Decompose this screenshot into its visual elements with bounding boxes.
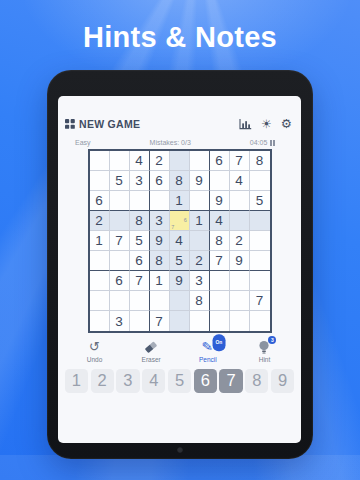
numpad-key-8[interactable]: 8	[245, 369, 268, 393]
cell-r3c8[interactable]	[230, 191, 250, 211]
numpad-key-1[interactable]: 1	[65, 369, 88, 393]
cell-r4c3[interactable]: 8	[130, 211, 150, 231]
cell-r3c3[interactable]	[130, 191, 150, 211]
cell-r4c7[interactable]: 4	[210, 211, 230, 231]
cell-r9c9[interactable]	[250, 311, 270, 331]
cell-r6c8[interactable]: 9	[230, 251, 250, 271]
cell-r2c1[interactable]	[90, 171, 110, 191]
cell-r8c2[interactable]	[110, 291, 130, 311]
cell-r6c1[interactable]	[90, 251, 110, 271]
cell-r7c8[interactable]	[230, 271, 250, 291]
cell-r1c1[interactable]	[90, 151, 110, 171]
numpad-key-9[interactable]: 9	[271, 369, 294, 393]
cell-r6c9[interactable]	[250, 251, 270, 271]
cell-r2c3[interactable]: 3	[130, 171, 150, 191]
pencil-notes: 67	[170, 211, 189, 230]
sudoku-board: 4267853689461952836714175948268527967193…	[88, 149, 272, 333]
cell-r1c4[interactable]: 2	[150, 151, 170, 171]
cell-r3c6[interactable]	[190, 191, 210, 211]
cell-r5c8[interactable]: 2	[230, 231, 250, 251]
cell-r2c4[interactable]: 6	[150, 171, 170, 191]
undo-button[interactable]: ↺ Undo	[78, 340, 112, 363]
hint-label: Hint	[259, 356, 271, 363]
cell-r2c8[interactable]: 4	[230, 171, 250, 191]
cell-r8c9[interactable]: 7	[250, 291, 270, 311]
pause-icon[interactable]	[270, 140, 275, 146]
cell-r9c8[interactable]	[230, 311, 250, 331]
cell-r8c3[interactable]	[130, 291, 150, 311]
cell-r8c4[interactable]	[150, 291, 170, 311]
cell-r8c7[interactable]	[210, 291, 230, 311]
cell-r2c9[interactable]	[250, 171, 270, 191]
cell-r8c8[interactable]	[230, 291, 250, 311]
promo-title: Hints & Notes	[0, 21, 360, 54]
cell-r2c5[interactable]: 8	[170, 171, 190, 191]
pencil-button[interactable]: ✎On Pencil	[191, 340, 225, 363]
cell-r3c1[interactable]: 6	[90, 191, 110, 211]
toolbar: ↺ Undo Eraser ✎On	[78, 340, 282, 363]
cell-r1c6[interactable]	[190, 151, 210, 171]
cell-r4c8[interactable]	[230, 211, 250, 231]
lightbulb-icon: 3	[258, 340, 270, 354]
cell-r6c2[interactable]	[110, 251, 130, 271]
camera-dot	[177, 447, 183, 453]
cell-r4c4[interactable]: 3	[150, 211, 170, 231]
cell-r7c7[interactable]	[210, 271, 230, 291]
cell-r1c2[interactable]	[110, 151, 130, 171]
cell-r6c7[interactable]: 7	[210, 251, 230, 271]
cell-r6c5[interactable]: 5	[170, 251, 190, 271]
cell-r1c9[interactable]: 8	[250, 151, 270, 171]
pencil-on-badge: On	[213, 334, 226, 351]
cell-r4c1[interactable]: 2	[90, 211, 110, 231]
cell-r2c2[interactable]: 5	[110, 171, 130, 191]
undo-label: Undo	[87, 356, 103, 363]
settings-gear-icon[interactable]: ⚙	[281, 118, 292, 131]
cell-r7c3[interactable]: 7	[130, 271, 150, 291]
cell-r5c6[interactable]	[190, 231, 210, 251]
cell-r5c7[interactable]: 8	[210, 231, 230, 251]
cell-r6c6[interactable]: 2	[190, 251, 210, 271]
cell-r7c9[interactable]	[250, 271, 270, 291]
timer-value: 04:05	[250, 139, 268, 146]
cell-r7c1[interactable]	[90, 271, 110, 291]
cell-r1c3[interactable]: 4	[130, 151, 150, 171]
cell-r4c9[interactable]	[250, 211, 270, 231]
cell-r3c4[interactable]	[150, 191, 170, 211]
numpad-key-4[interactable]: 4	[142, 369, 165, 393]
status-bar: Easy Mistakes: 0/3 04:05	[75, 139, 275, 146]
eraser-label: Eraser	[142, 356, 161, 363]
cell-r6c4[interactable]: 8	[150, 251, 170, 271]
cell-r5c2[interactable]: 7	[110, 231, 130, 251]
app-screen: NEW GAME ☀ ⚙ Easy Mistakes: 0/3	[58, 96, 301, 443]
pencil-label: Pencil	[199, 356, 217, 363]
cell-r3c2[interactable]	[110, 191, 130, 211]
cell-r1c5[interactable]	[170, 151, 190, 171]
cell-r5c3[interactable]: 5	[130, 231, 150, 251]
cell-r4c2[interactable]	[110, 211, 130, 231]
hint-button[interactable]: 3 Hint	[247, 340, 281, 363]
tablet-frame: NEW GAME ☀ ⚙ Easy Mistakes: 0/3	[47, 70, 313, 459]
cell-r1c7[interactable]: 6	[210, 151, 230, 171]
cell-r8c5[interactable]	[170, 291, 190, 311]
cell-r3c7[interactable]: 9	[210, 191, 230, 211]
cell-r2c7[interactable]	[210, 171, 230, 191]
cell-r9c2[interactable]: 3	[110, 311, 130, 331]
header-actions: ☀ ⚙	[239, 118, 292, 131]
cell-r6c3[interactable]: 6	[130, 251, 150, 271]
undo-arrow-icon: ↺	[89, 340, 100, 354]
cell-r1c8[interactable]: 7	[230, 151, 250, 171]
numpad-key-7[interactable]: 7	[219, 369, 242, 393]
theme-sun-icon[interactable]: ☀	[261, 118, 272, 130]
cell-r9c7[interactable]	[210, 311, 230, 331]
numpad-key-2[interactable]: 2	[91, 369, 114, 393]
eraser-icon	[144, 340, 158, 354]
cell-r5c9[interactable]	[250, 231, 270, 251]
numpad: 123456789	[58, 369, 301, 393]
cell-r9c1[interactable]	[90, 311, 110, 331]
numpad-key-3[interactable]: 3	[116, 369, 139, 393]
cell-r9c3[interactable]	[130, 311, 150, 331]
timer: 04:05	[250, 139, 275, 146]
cell-r8c1[interactable]	[90, 291, 110, 311]
cell-r7c4[interactable]: 1	[150, 271, 170, 291]
cell-r9c5[interactable]	[170, 311, 190, 331]
menu-grid-icon	[65, 119, 75, 129]
eraser-button[interactable]: Eraser	[134, 340, 168, 363]
cell-r3c9[interactable]: 5	[250, 191, 270, 211]
cell-r4c5[interactable]: 67	[170, 211, 190, 231]
cell-r5c5[interactable]: 4	[170, 231, 190, 251]
cell-r2c6[interactable]: 9	[190, 171, 210, 191]
cell-r9c4[interactable]: 7	[150, 311, 170, 331]
cell-r9c6[interactable]	[190, 311, 210, 331]
mistakes-label: Mistakes: 0/3	[150, 139, 191, 146]
bar-chart-icon[interactable]	[239, 118, 252, 130]
cell-r7c5[interactable]: 9	[170, 271, 190, 291]
cell-r8c6[interactable]: 8	[190, 291, 210, 311]
numpad-key-5[interactable]: 5	[168, 369, 191, 393]
hint-count-badge: 3	[268, 336, 276, 344]
cell-r7c6[interactable]: 3	[190, 271, 210, 291]
pencil-icon: ✎On	[201, 339, 214, 354]
cell-r7c2[interactable]: 6	[110, 271, 130, 291]
numpad-key-6[interactable]: 6	[194, 369, 217, 393]
cell-r4c6[interactable]: 1	[190, 211, 210, 231]
cell-r5c4[interactable]: 9	[150, 231, 170, 251]
cell-r5c1[interactable]: 1	[90, 231, 110, 251]
cell-r3c5[interactable]: 1	[170, 191, 190, 211]
new-game-button[interactable]: NEW GAME	[65, 118, 140, 130]
difficulty-label[interactable]: Easy	[75, 139, 91, 146]
new-game-label: NEW GAME	[79, 118, 140, 130]
app-header: NEW GAME ☀ ⚙	[65, 117, 292, 131]
promo-background: Hints & Notes NEW GAME	[0, 0, 360, 480]
